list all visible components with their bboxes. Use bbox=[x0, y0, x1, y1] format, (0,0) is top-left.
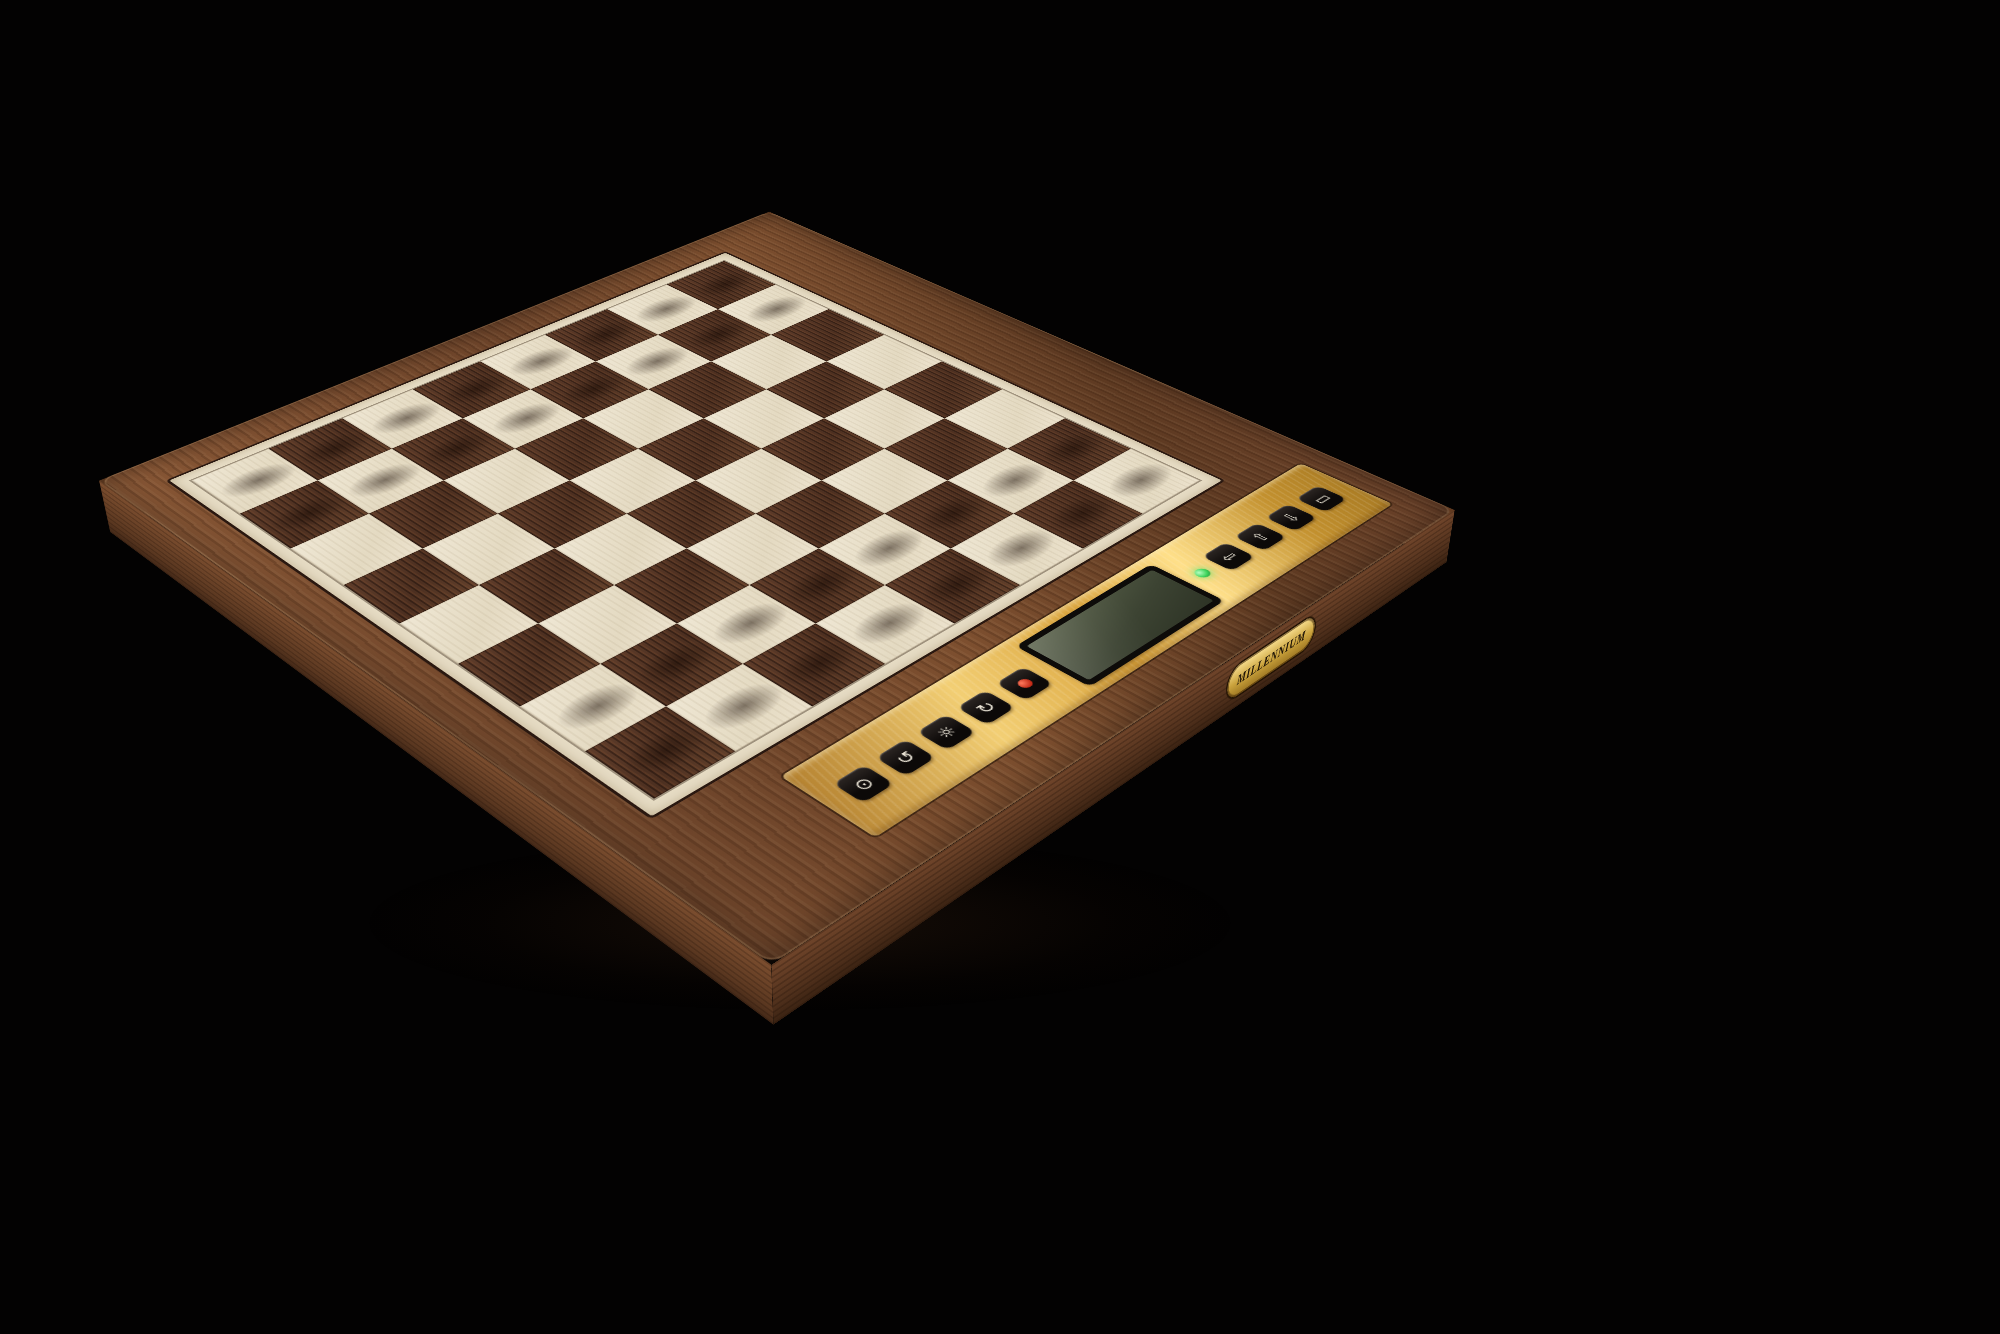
piece-glyph: ♜ bbox=[574, 566, 756, 759]
scene: ♜♞♝♛♚♝♞♜♟♟♟♟♟♟♟♟♟♟♟♟♟♟♟♟♜♞♝♛♚♝♞♜ ⊙↺☼↻ ⇦⇧… bbox=[0, 0, 2000, 1334]
piece-glyph: ♟ bbox=[245, 384, 372, 519]
power-key[interactable]: ⊙ bbox=[833, 765, 894, 803]
